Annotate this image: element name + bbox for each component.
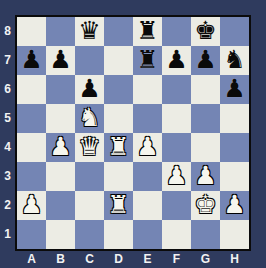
rank-label-5: 5 — [0, 104, 15, 133]
square-d1[interactable] — [104, 220, 133, 249]
square-g8[interactable]: ♚ — [191, 17, 220, 46]
piece-black-pawn[interactable]: ♟ — [223, 76, 245, 101]
square-d5[interactable] — [104, 104, 133, 133]
piece-black-pawn[interactable]: ♟ — [194, 47, 216, 72]
piece-white-pawn[interactable]: ♟ — [223, 192, 245, 217]
piece-white-pawn[interactable]: ♟ — [194, 163, 216, 188]
square-h2[interactable]: ♟ — [220, 191, 249, 220]
square-b7[interactable]: ♟ — [46, 46, 75, 75]
square-f8[interactable] — [162, 17, 191, 46]
square-b8[interactable] — [46, 17, 75, 46]
piece-white-rook[interactable]: ♜ — [107, 134, 129, 159]
square-f2[interactable] — [162, 191, 191, 220]
rank-label-4: 4 — [0, 133, 15, 162]
piece-white-pawn[interactable]: ♟ — [49, 134, 71, 159]
square-h6[interactable]: ♟ — [220, 75, 249, 104]
piece-white-pawn[interactable]: ♟ — [136, 134, 158, 159]
square-b6[interactable] — [46, 75, 75, 104]
square-b2[interactable] — [46, 191, 75, 220]
square-f6[interactable] — [162, 75, 191, 104]
piece-white-pawn[interactable]: ♟ — [165, 163, 187, 188]
square-h1[interactable] — [220, 220, 249, 249]
piece-black-rook[interactable]: ♜ — [136, 18, 158, 43]
square-h7[interactable]: ♞ — [220, 46, 249, 75]
square-a6[interactable] — [17, 75, 46, 104]
square-e6[interactable] — [133, 75, 162, 104]
square-h5[interactable] — [220, 104, 249, 133]
file-labels: ABCDEFGH — [17, 251, 249, 268]
square-b3[interactable] — [46, 162, 75, 191]
square-a2[interactable]: ♟ — [17, 191, 46, 220]
rank-label-1: 1 — [0, 220, 15, 249]
file-label-f: F — [162, 251, 191, 268]
piece-black-knight[interactable]: ♞ — [223, 47, 245, 72]
square-e2[interactable] — [133, 191, 162, 220]
square-c7[interactable] — [75, 46, 104, 75]
piece-black-pawn[interactable]: ♟ — [20, 47, 42, 72]
file-label-a: A — [17, 251, 46, 268]
square-g4[interactable] — [191, 133, 220, 162]
rank-label-6: 6 — [0, 75, 15, 104]
square-c5[interactable]: ♞ — [75, 104, 104, 133]
square-a3[interactable] — [17, 162, 46, 191]
square-d4[interactable]: ♜ — [104, 133, 133, 162]
rank-label-8: 8 — [0, 17, 15, 46]
square-d6[interactable] — [104, 75, 133, 104]
square-b5[interactable] — [46, 104, 75, 133]
square-f4[interactable] — [162, 133, 191, 162]
piece-black-queen[interactable]: ♛ — [78, 18, 100, 43]
square-a5[interactable] — [17, 104, 46, 133]
square-g3[interactable]: ♟ — [191, 162, 220, 191]
square-e7[interactable]: ♜ — [133, 46, 162, 75]
square-f7[interactable]: ♟ — [162, 46, 191, 75]
piece-black-pawn[interactable]: ♟ — [165, 47, 187, 72]
square-f5[interactable] — [162, 104, 191, 133]
square-d2[interactable]: ♜ — [104, 191, 133, 220]
square-c8[interactable]: ♛ — [75, 17, 104, 46]
piece-white-pawn[interactable]: ♟ — [20, 192, 42, 217]
rank-label-3: 3 — [0, 162, 15, 191]
square-g5[interactable] — [191, 104, 220, 133]
square-c2[interactable] — [75, 191, 104, 220]
square-g6[interactable] — [191, 75, 220, 104]
square-c1[interactable] — [75, 220, 104, 249]
square-g2[interactable]: ♚ — [191, 191, 220, 220]
piece-black-rook[interactable]: ♜ — [136, 47, 158, 72]
rank-label-7: 7 — [0, 46, 15, 75]
square-a1[interactable] — [17, 220, 46, 249]
square-g1[interactable] — [191, 220, 220, 249]
square-a4[interactable] — [17, 133, 46, 162]
square-a7[interactable]: ♟ — [17, 46, 46, 75]
file-label-c: C — [75, 251, 104, 268]
piece-black-king[interactable]: ♚ — [194, 18, 216, 43]
square-b4[interactable]: ♟ — [46, 133, 75, 162]
file-label-b: B — [46, 251, 75, 268]
file-label-d: D — [104, 251, 133, 268]
square-e4[interactable]: ♟ — [133, 133, 162, 162]
chess-diagram: 87654321 ♛♜♚♟♟♜♟♟♞♟♟♞♟♛♜♟♟♟♟♜♚♟ ABCDEFGH — [0, 0, 266, 268]
piece-white-king[interactable]: ♚ — [194, 192, 216, 217]
square-d3[interactable] — [104, 162, 133, 191]
piece-black-pawn[interactable]: ♟ — [78, 76, 100, 101]
chess-board[interactable]: ♛♜♚♟♟♜♟♟♞♟♟♞♟♛♜♟♟♟♟♜♚♟ — [15, 15, 251, 251]
file-label-e: E — [133, 251, 162, 268]
square-c4[interactable]: ♛ — [75, 133, 104, 162]
square-b1[interactable] — [46, 220, 75, 249]
square-h8[interactable] — [220, 17, 249, 46]
piece-black-pawn[interactable]: ♟ — [49, 47, 71, 72]
square-c3[interactable] — [75, 162, 104, 191]
square-c6[interactable]: ♟ — [75, 75, 104, 104]
square-f3[interactable]: ♟ — [162, 162, 191, 191]
square-e3[interactable] — [133, 162, 162, 191]
square-g7[interactable]: ♟ — [191, 46, 220, 75]
file-label-g: G — [191, 251, 220, 268]
rank-label-2: 2 — [0, 191, 15, 220]
piece-white-rook[interactable]: ♜ — [107, 192, 129, 217]
square-h4[interactable] — [220, 133, 249, 162]
square-a8[interactable] — [17, 17, 46, 46]
piece-white-queen[interactable]: ♛ — [78, 134, 100, 159]
file-label-h: H — [220, 251, 249, 268]
rank-labels: 87654321 — [0, 17, 15, 249]
square-e5[interactable] — [133, 104, 162, 133]
piece-white-knight[interactable]: ♞ — [78, 105, 100, 130]
square-h3[interactable] — [220, 162, 249, 191]
square-d8[interactable] — [104, 17, 133, 46]
square-e1[interactable] — [133, 220, 162, 249]
square-d7[interactable] — [104, 46, 133, 75]
square-e8[interactable]: ♜ — [133, 17, 162, 46]
square-f1[interactable] — [162, 220, 191, 249]
